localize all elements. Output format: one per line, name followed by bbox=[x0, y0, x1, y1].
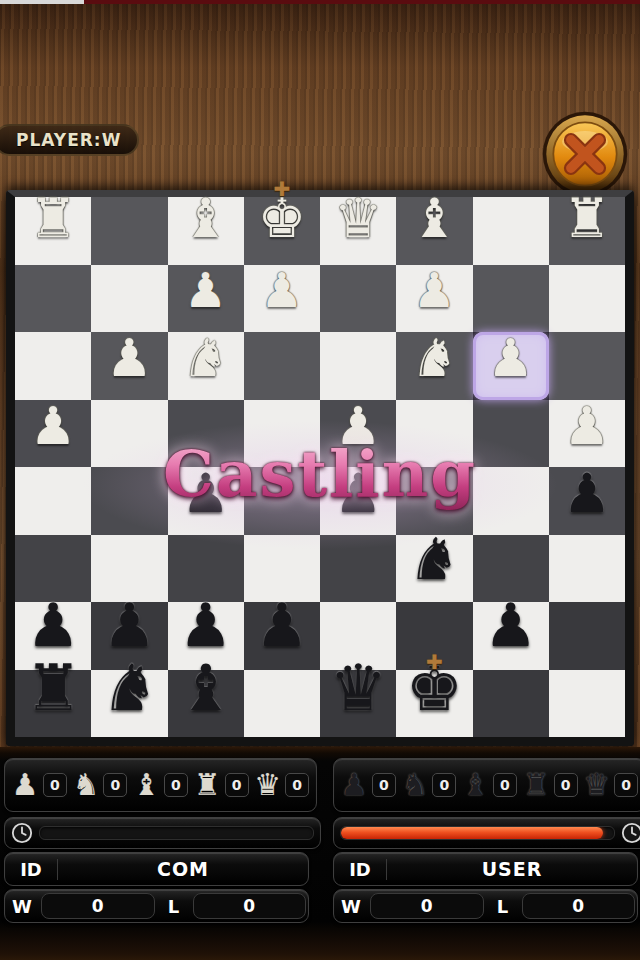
white-bishop-icon: ♝ bbox=[133, 770, 160, 800]
black-queen-icon: ♛ bbox=[583, 770, 610, 800]
black-bishop-icon: ♝ bbox=[462, 770, 489, 800]
black-knight-icon: ♞ bbox=[401, 770, 428, 800]
square-d1[interactable]: ♛ bbox=[320, 197, 396, 265]
square-f1[interactable]: ♝ bbox=[168, 197, 244, 265]
captured-white-knight: ♞0 bbox=[72, 770, 127, 800]
white-pawn: ♟ bbox=[487, 332, 534, 384]
close-button[interactable] bbox=[541, 110, 629, 198]
white-rook: ♜ bbox=[29, 192, 77, 246]
captured-count: 0 bbox=[432, 773, 456, 797]
timer-com bbox=[4, 817, 321, 849]
captured-black-knight: ♞0 bbox=[401, 770, 456, 800]
square-h2[interactable] bbox=[15, 265, 91, 333]
captured-count: 0 bbox=[285, 773, 309, 797]
square-e1[interactable]: ♚✚ bbox=[244, 197, 320, 265]
square-e3[interactable] bbox=[244, 332, 320, 400]
square-b2[interactable] bbox=[473, 265, 549, 333]
square-e5[interactable] bbox=[244, 467, 320, 535]
square-b1[interactable] bbox=[473, 197, 549, 265]
wins-label: W bbox=[5, 896, 39, 917]
white-pawn: ♟ bbox=[30, 400, 77, 452]
square-d4[interactable]: ♟ bbox=[320, 400, 396, 468]
timer-track-com bbox=[39, 826, 314, 840]
white-queen: ♛ bbox=[334, 192, 382, 246]
square-d3[interactable] bbox=[320, 332, 396, 400]
white-knight-icon: ♞ bbox=[72, 770, 99, 800]
square-c8[interactable]: ♚✚ bbox=[396, 670, 472, 738]
captured-black-bishop: ♝0 bbox=[462, 770, 517, 800]
timer-fill-user bbox=[341, 827, 603, 839]
black-pawn: ♟ bbox=[102, 595, 156, 655]
clock-icon bbox=[621, 822, 640, 844]
square-f2[interactable]: ♟ bbox=[168, 265, 244, 333]
captured-count: 0 bbox=[43, 773, 67, 797]
id-label: ID bbox=[5, 859, 58, 880]
square-d8[interactable]: ♛ bbox=[320, 670, 396, 738]
black-pawn: ♟ bbox=[334, 467, 382, 521]
player-name-com: COM bbox=[58, 858, 308, 880]
captured-count: 0 bbox=[225, 773, 249, 797]
losses-label: L bbox=[157, 896, 191, 917]
square-a3[interactable] bbox=[549, 332, 625, 400]
square-h1[interactable]: ♜ bbox=[15, 197, 91, 265]
black-pawn: ♟ bbox=[26, 595, 80, 655]
square-a4[interactable]: ♟ bbox=[549, 400, 625, 468]
player-name-user: USER bbox=[387, 858, 637, 880]
square-d2[interactable] bbox=[320, 265, 396, 333]
white-pawn: ♟ bbox=[564, 400, 611, 452]
white-pawn: ♟ bbox=[106, 332, 153, 384]
id-label: ID bbox=[334, 859, 387, 880]
square-g4[interactable] bbox=[91, 400, 167, 468]
square-c3[interactable]: ♞ bbox=[396, 332, 472, 400]
square-b3[interactable]: ♟ bbox=[473, 332, 549, 400]
captured-white-bishop: ♝0 bbox=[133, 770, 188, 800]
black-knight: ♞ bbox=[101, 656, 158, 720]
square-c6[interactable]: ♞ bbox=[396, 535, 472, 603]
timer-user bbox=[333, 817, 640, 849]
score-panel-com: W 0 L 0 bbox=[4, 889, 309, 923]
square-c2[interactable]: ♟ bbox=[396, 265, 472, 333]
black-pawn: ♟ bbox=[179, 595, 233, 655]
black-pawn-icon: ♟ bbox=[341, 770, 368, 800]
captured-black-pawn: ♟0 bbox=[341, 770, 396, 800]
square-a8[interactable] bbox=[549, 670, 625, 738]
black-pawn: ♟ bbox=[255, 595, 309, 655]
captured-white-queen: ♛0 bbox=[254, 770, 309, 800]
square-g5[interactable] bbox=[91, 467, 167, 535]
wins-label: W bbox=[334, 896, 368, 917]
black-pawn: ♟ bbox=[484, 595, 538, 655]
square-c4[interactable] bbox=[396, 400, 472, 468]
square-d5[interactable]: ♟ bbox=[320, 467, 396, 535]
captured-black-rook: ♜0 bbox=[523, 770, 578, 800]
wins-value-user: 0 bbox=[370, 893, 484, 919]
captured-tray-black: ♟0♞0♝0♜0♛0 bbox=[333, 758, 640, 812]
captured-white-pawn: ♟0 bbox=[12, 770, 67, 800]
square-g8[interactable]: ♞ bbox=[91, 670, 167, 738]
square-b5[interactable] bbox=[473, 467, 549, 535]
square-e8[interactable] bbox=[244, 670, 320, 738]
board: ♜♝♚✚♛♝♜♟♟♟♟♞♞♟♟♟♟♟♟♟♞♟♟♟♟♟♜♞♝♛♚✚ bbox=[15, 197, 625, 737]
black-rook-icon: ♜ bbox=[523, 770, 550, 800]
king-marker-icon: ✚ bbox=[426, 652, 443, 672]
square-f5[interactable]: ♟ bbox=[168, 467, 244, 535]
square-a7[interactable] bbox=[549, 602, 625, 670]
bottom-hud: ♟0♞0♝0♜0♛0 ♟0♞0♝0♜0♛0 ID COM I bbox=[0, 747, 640, 960]
king-marker-icon: ✚ bbox=[273, 179, 290, 199]
white-pawn: ♟ bbox=[335, 400, 382, 452]
captured-count: 0 bbox=[103, 773, 127, 797]
black-bishop: ♝ bbox=[177, 656, 234, 720]
id-panel-user: ID USER bbox=[333, 852, 638, 886]
square-e7[interactable]: ♟ bbox=[244, 602, 320, 670]
white-rook: ♜ bbox=[563, 192, 611, 246]
square-a6[interactable] bbox=[549, 535, 625, 603]
square-b8[interactable] bbox=[473, 670, 549, 738]
captured-count: 0 bbox=[164, 773, 188, 797]
square-f8[interactable]: ♝ bbox=[168, 670, 244, 738]
white-pawn: ♟ bbox=[413, 266, 456, 314]
clock-icon bbox=[11, 822, 33, 844]
losses-value-user: 0 bbox=[522, 893, 636, 919]
captured-white-rook: ♜0 bbox=[194, 770, 249, 800]
square-f3[interactable]: ♞ bbox=[168, 332, 244, 400]
square-h3[interactable] bbox=[15, 332, 91, 400]
captured-tray-white: ♟0♞0♝0♜0♛0 bbox=[4, 758, 317, 812]
white-queen-icon: ♛ bbox=[254, 770, 281, 800]
timer-track-user bbox=[340, 826, 615, 840]
board-frame: ♜♝♚✚♛♝♜♟♟♟♟♞♞♟♟♟♟♟♟♟♞♟♟♟♟♟♜♞♝♛♚✚ bbox=[6, 190, 634, 746]
captured-black-queen: ♛0 bbox=[583, 770, 638, 800]
wins-value-com: 0 bbox=[41, 893, 155, 919]
white-pawn: ♟ bbox=[260, 266, 303, 314]
captured-count: 0 bbox=[554, 773, 578, 797]
captured-count: 0 bbox=[493, 773, 517, 797]
white-bishop: ♝ bbox=[410, 192, 458, 246]
square-g1[interactable] bbox=[91, 197, 167, 265]
captured-count: 0 bbox=[372, 773, 396, 797]
square-g2[interactable] bbox=[91, 265, 167, 333]
close-icon bbox=[541, 110, 629, 198]
white-bishop: ♝ bbox=[181, 192, 229, 246]
square-c1[interactable]: ♝ bbox=[396, 197, 472, 265]
square-e4[interactable] bbox=[244, 400, 320, 468]
player-turn-label: PLAYER:W bbox=[16, 130, 121, 150]
square-d6[interactable] bbox=[320, 535, 396, 603]
square-a2[interactable] bbox=[549, 265, 625, 333]
losses-label: L bbox=[486, 896, 520, 917]
square-g3[interactable]: ♟ bbox=[91, 332, 167, 400]
square-h5[interactable] bbox=[15, 467, 91, 535]
status-bar bbox=[0, 0, 640, 4]
square-e2[interactable]: ♟ bbox=[244, 265, 320, 333]
square-f4[interactable] bbox=[168, 400, 244, 468]
square-a5[interactable]: ♟ bbox=[549, 467, 625, 535]
square-b7[interactable]: ♟ bbox=[473, 602, 549, 670]
white-knight: ♞ bbox=[182, 332, 229, 384]
losses-value-com: 0 bbox=[193, 893, 307, 919]
black-pawn: ♟ bbox=[563, 467, 611, 521]
captured-count: 0 bbox=[614, 773, 638, 797]
id-panel-com: ID COM bbox=[4, 852, 309, 886]
white-rook-icon: ♜ bbox=[194, 770, 221, 800]
square-a1[interactable]: ♜ bbox=[549, 197, 625, 265]
score-panel-user: W 0 L 0 bbox=[333, 889, 638, 923]
white-pawn-icon: ♟ bbox=[12, 770, 39, 800]
chess-app-screen: PLAYER:W ♜♝♚✚♛♝♜♟♟♟♟♞♞♟♟♟♟♟♟♟♞♟♟♟♟♟♜♞♝♛♚… bbox=[0, 0, 640, 960]
black-queen: ♛ bbox=[329, 656, 386, 720]
square-h4[interactable]: ♟ bbox=[15, 400, 91, 468]
black-pawn: ♟ bbox=[181, 467, 229, 521]
square-h8[interactable]: ♜ bbox=[15, 670, 91, 738]
black-knight: ♞ bbox=[408, 530, 460, 588]
white-knight: ♞ bbox=[411, 332, 458, 384]
player-turn-badge: PLAYER:W bbox=[0, 124, 139, 156]
black-rook: ♜ bbox=[24, 656, 81, 720]
square-b4[interactable] bbox=[473, 400, 549, 468]
white-pawn: ♟ bbox=[184, 266, 227, 314]
